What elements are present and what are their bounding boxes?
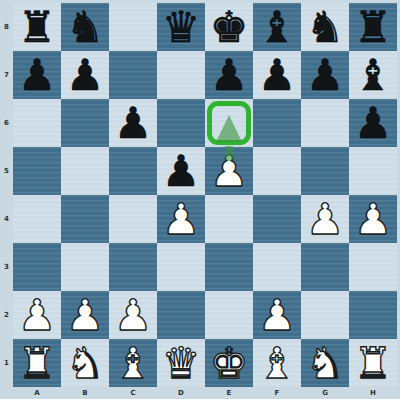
square-b4[interactable] bbox=[61, 195, 109, 243]
square-h8[interactable]: ♜ bbox=[349, 3, 397, 51]
black-pawn-c6[interactable]: ♟ bbox=[109, 99, 157, 147]
square-g3[interactable] bbox=[301, 243, 349, 291]
white-pawn-b2[interactable]: ♟ bbox=[61, 291, 109, 339]
white-pawn-c2[interactable]: ♟ bbox=[109, 291, 157, 339]
white-pawn-h4[interactable]: ♟ bbox=[349, 195, 397, 243]
square-c7[interactable] bbox=[109, 51, 157, 99]
white-pawn-g4[interactable]: ♟ bbox=[301, 195, 349, 243]
square-a7[interactable]: ♟ bbox=[13, 51, 61, 99]
square-g1[interactable]: ♞ bbox=[301, 339, 349, 387]
black-pawn-d5[interactable]: ♟ bbox=[157, 147, 205, 195]
square-c3[interactable] bbox=[109, 243, 157, 291]
rank-label-3: 3 bbox=[0, 243, 13, 291]
square-c4[interactable] bbox=[109, 195, 157, 243]
black-knight-g8[interactable]: ♞ bbox=[301, 3, 349, 51]
square-d8[interactable]: ♛ bbox=[157, 3, 205, 51]
square-b2[interactable]: ♟ bbox=[61, 291, 109, 339]
square-d3[interactable] bbox=[157, 243, 205, 291]
rank-label-4: 4 bbox=[0, 195, 13, 243]
file-label-h: H bbox=[349, 387, 397, 399]
black-pawn-g7[interactable]: ♟ bbox=[301, 51, 349, 99]
square-g6[interactable] bbox=[301, 99, 349, 147]
hint-arrow-icon bbox=[216, 115, 242, 142]
white-bishop-f1[interactable]: ♝ bbox=[253, 339, 301, 387]
black-pawn-e7[interactable]: ♟ bbox=[205, 51, 253, 99]
white-pawn-f2[interactable]: ♟ bbox=[253, 291, 301, 339]
square-c5[interactable] bbox=[109, 147, 157, 195]
square-h5[interactable] bbox=[349, 147, 397, 195]
square-d7[interactable] bbox=[157, 51, 205, 99]
square-f1[interactable]: ♝ bbox=[253, 339, 301, 387]
black-bishop-f8[interactable]: ♝ bbox=[253, 3, 301, 51]
square-b8[interactable]: ♞ bbox=[61, 3, 109, 51]
square-f6[interactable] bbox=[253, 99, 301, 147]
square-h4[interactable]: ♟ bbox=[349, 195, 397, 243]
file-label-f: F bbox=[253, 387, 301, 399]
square-a2[interactable]: ♟ bbox=[13, 291, 61, 339]
square-c8[interactable] bbox=[109, 3, 157, 51]
rank-label-5: 5 bbox=[0, 147, 13, 195]
square-b5[interactable] bbox=[61, 147, 109, 195]
square-d5[interactable]: ♟ bbox=[157, 147, 205, 195]
white-rook-a1[interactable]: ♜ bbox=[13, 339, 61, 387]
square-g5[interactable] bbox=[301, 147, 349, 195]
square-a3[interactable] bbox=[13, 243, 61, 291]
white-pawn-e5[interactable]: ♟ bbox=[205, 147, 253, 195]
white-king-e1[interactable]: ♚ bbox=[205, 339, 253, 387]
white-bishop-c1[interactable]: ♝ bbox=[109, 339, 157, 387]
square-d2[interactable] bbox=[157, 291, 205, 339]
rank-label-8: 8 bbox=[0, 3, 13, 51]
square-c1[interactable]: ♝ bbox=[109, 339, 157, 387]
square-h2[interactable] bbox=[349, 291, 397, 339]
square-f3[interactable] bbox=[253, 243, 301, 291]
white-queen-d1[interactable]: ♛ bbox=[157, 339, 205, 387]
square-e6[interactable] bbox=[205, 99, 253, 147]
file-labels: ABCDEFGH bbox=[13, 387, 397, 399]
black-pawn-a7[interactable]: ♟ bbox=[13, 51, 61, 99]
square-a8[interactable]: ♜ bbox=[13, 3, 61, 51]
square-a6[interactable] bbox=[13, 99, 61, 147]
square-f8[interactable]: ♝ bbox=[253, 3, 301, 51]
square-a4[interactable] bbox=[13, 195, 61, 243]
rank-label-1: 1 bbox=[0, 339, 13, 387]
black-king-e8[interactable]: ♚ bbox=[205, 3, 253, 51]
square-f4[interactable] bbox=[253, 195, 301, 243]
white-pawn-d4[interactable]: ♟ bbox=[157, 195, 205, 243]
black-bishop-h7[interactable]: ♝ bbox=[349, 51, 397, 99]
square-f7[interactable]: ♟ bbox=[253, 51, 301, 99]
board: ♜♞♛♚♝♞♜♟♟♟♟♟♝♟♟♟♟♟♟♟♟♟♟♟♜♞♝♛♚♝♞♜ bbox=[13, 3, 397, 387]
square-e7[interactable]: ♟ bbox=[205, 51, 253, 99]
hint-square-highlight bbox=[207, 101, 251, 145]
square-f5[interactable] bbox=[253, 147, 301, 195]
square-g8[interactable]: ♞ bbox=[301, 3, 349, 51]
square-h3[interactable] bbox=[349, 243, 397, 291]
square-e4[interactable] bbox=[205, 195, 253, 243]
square-d6[interactable] bbox=[157, 99, 205, 147]
square-h1[interactable]: ♜ bbox=[349, 339, 397, 387]
square-e2[interactable] bbox=[205, 291, 253, 339]
white-pawn-a2[interactable]: ♟ bbox=[13, 291, 61, 339]
black-rook-h8[interactable]: ♜ bbox=[349, 3, 397, 51]
black-pawn-b7[interactable]: ♟ bbox=[61, 51, 109, 99]
black-rook-a8[interactable]: ♜ bbox=[13, 3, 61, 51]
chess-board-frame: 87654321 ♜♞♛♚♝♞♜♟♟♟♟♟♝♟♟♟♟♟♟♟♟♟♟♟♜♞♝♛♚♝♞… bbox=[0, 0, 400, 399]
square-b7[interactable]: ♟ bbox=[61, 51, 109, 99]
square-h6[interactable]: ♟ bbox=[349, 99, 397, 147]
square-f2[interactable]: ♟ bbox=[253, 291, 301, 339]
square-e8[interactable]: ♚ bbox=[205, 3, 253, 51]
rank-labels: 87654321 bbox=[0, 3, 13, 387]
square-g2[interactable] bbox=[301, 291, 349, 339]
square-h7[interactable]: ♝ bbox=[349, 51, 397, 99]
square-a1[interactable]: ♜ bbox=[13, 339, 61, 387]
file-label-b: B bbox=[61, 387, 109, 399]
square-e5[interactable]: ♟ bbox=[205, 147, 253, 195]
black-queen-d8[interactable]: ♛ bbox=[157, 3, 205, 51]
square-c6[interactable]: ♟ bbox=[109, 99, 157, 147]
square-g4[interactable]: ♟ bbox=[301, 195, 349, 243]
square-a5[interactable] bbox=[13, 147, 61, 195]
file-label-c: C bbox=[109, 387, 157, 399]
black-pawn-h6[interactable]: ♟ bbox=[349, 99, 397, 147]
file-label-a: A bbox=[13, 387, 61, 399]
square-b3[interactable] bbox=[61, 243, 109, 291]
square-e1[interactable]: ♚ bbox=[205, 339, 253, 387]
square-d1[interactable]: ♛ bbox=[157, 339, 205, 387]
square-d4[interactable]: ♟ bbox=[157, 195, 205, 243]
rank-label-2: 2 bbox=[0, 291, 13, 339]
white-rook-h1[interactable]: ♜ bbox=[349, 339, 397, 387]
file-label-d: D bbox=[157, 387, 205, 399]
square-b1[interactable]: ♞ bbox=[61, 339, 109, 387]
square-e3[interactable] bbox=[205, 243, 253, 291]
rank-label-7: 7 bbox=[0, 51, 13, 99]
white-knight-b1[interactable]: ♞ bbox=[61, 339, 109, 387]
file-label-g: G bbox=[301, 387, 349, 399]
white-knight-g1[interactable]: ♞ bbox=[301, 339, 349, 387]
black-pawn-f7[interactable]: ♟ bbox=[253, 51, 301, 99]
square-b6[interactable] bbox=[61, 99, 109, 147]
black-knight-b8[interactable]: ♞ bbox=[61, 3, 109, 51]
square-c2[interactable]: ♟ bbox=[109, 291, 157, 339]
file-label-e: E bbox=[205, 387, 253, 399]
square-g7[interactable]: ♟ bbox=[301, 51, 349, 99]
rank-label-6: 6 bbox=[0, 99, 13, 147]
